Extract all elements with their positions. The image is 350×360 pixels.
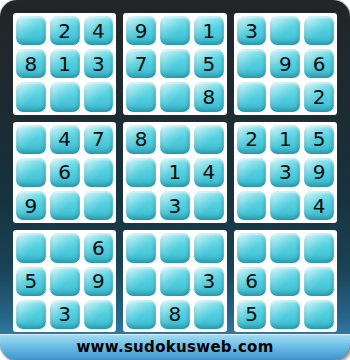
cell-r3c6[interactable]: 8: [194, 82, 224, 111]
cell-r1c9[interactable]: [304, 16, 334, 45]
cell-r6c9[interactable]: 4: [304, 191, 334, 220]
cell-r5c4[interactable]: [126, 158, 156, 187]
cell-r7c4[interactable]: [126, 233, 156, 262]
cell-r9c5[interactable]: 8: [160, 300, 190, 329]
cell-r8c5[interactable]: [160, 267, 190, 296]
cell-r7c9[interactable]: [304, 233, 334, 262]
cell-r2c8[interactable]: 9: [270, 49, 300, 78]
cell-r8c4[interactable]: [126, 267, 156, 296]
box-7: 6593: [13, 230, 116, 332]
cell-r3c5[interactable]: [160, 82, 190, 111]
cell-r7c5[interactable]: [160, 233, 190, 262]
cell-r2c5[interactable]: [160, 49, 190, 78]
box-8: 38: [123, 230, 226, 332]
cell-r1c8[interactable]: [270, 16, 300, 45]
cell-r9c6[interactable]: [194, 300, 224, 329]
cell-r8c7[interactable]: 6: [237, 267, 267, 296]
cell-r1c6[interactable]: 1: [194, 16, 224, 45]
cell-r6c1[interactable]: 9: [16, 191, 46, 220]
cell-r8c1[interactable]: 5: [16, 267, 46, 296]
cell-r5c5[interactable]: 1: [160, 158, 190, 187]
cell-r1c3[interactable]: 4: [84, 16, 114, 45]
cell-r3c4[interactable]: [126, 82, 156, 111]
cell-r3c2[interactable]: [50, 82, 80, 111]
footer-bar: www.sudokusweb.com: [0, 334, 350, 360]
box-9: 65: [234, 230, 337, 332]
cell-r3c9[interactable]: 2: [304, 82, 334, 111]
cell-r5c2[interactable]: 6: [50, 158, 80, 187]
cell-r2c3[interactable]: 3: [84, 49, 114, 78]
cell-r6c4[interactable]: [126, 191, 156, 220]
box-6: 215394: [234, 122, 337, 224]
cell-r1c5[interactable]: [160, 16, 190, 45]
cell-r4c8[interactable]: 1: [270, 125, 300, 154]
cell-r8c6[interactable]: 3: [194, 267, 224, 296]
cell-r4c5[interactable]: [160, 125, 190, 154]
box-5: 8143: [123, 122, 226, 224]
cell-r5c3[interactable]: [84, 158, 114, 187]
cell-r2c9[interactable]: 6: [304, 49, 334, 78]
sudoku-app-frame: 248139175839624769814321539465933865 www…: [0, 0, 350, 360]
cell-r1c4[interactable]: 9: [126, 16, 156, 45]
cell-r2c7[interactable]: [237, 49, 267, 78]
cell-r2c2[interactable]: 1: [50, 49, 80, 78]
cell-r9c4[interactable]: [126, 300, 156, 329]
cell-r4c7[interactable]: 2: [237, 125, 267, 154]
cell-r4c6[interactable]: [194, 125, 224, 154]
box-1: 24813: [13, 13, 116, 115]
cell-r7c7[interactable]: [237, 233, 267, 262]
box-4: 4769: [13, 122, 116, 224]
cell-r6c5[interactable]: 3: [160, 191, 190, 220]
cell-r9c1[interactable]: [16, 300, 46, 329]
cell-r2c4[interactable]: 7: [126, 49, 156, 78]
cell-r6c3[interactable]: [84, 191, 114, 220]
cell-r9c9[interactable]: [304, 300, 334, 329]
cell-r2c6[interactable]: 5: [194, 49, 224, 78]
sudoku-board: 248139175839624769814321539465933865: [13, 13, 337, 332]
cell-r5c6[interactable]: 4: [194, 158, 224, 187]
cell-r1c7[interactable]: 3: [237, 16, 267, 45]
cell-r8c9[interactable]: [304, 267, 334, 296]
cell-r7c6[interactable]: [194, 233, 224, 262]
site-url: www.sudokusweb.com: [76, 338, 273, 356]
cell-r5c7[interactable]: [237, 158, 267, 187]
cell-r3c8[interactable]: [270, 82, 300, 111]
cell-r8c2[interactable]: [50, 267, 80, 296]
cell-r4c1[interactable]: [16, 125, 46, 154]
cell-r2c1[interactable]: 8: [16, 49, 46, 78]
cell-r6c2[interactable]: [50, 191, 80, 220]
cell-r1c1[interactable]: [16, 16, 46, 45]
cell-r9c7[interactable]: 5: [237, 300, 267, 329]
cell-r5c9[interactable]: 9: [304, 158, 334, 187]
cell-r7c3[interactable]: 6: [84, 233, 114, 262]
cell-r5c1[interactable]: [16, 158, 46, 187]
cell-r7c1[interactable]: [16, 233, 46, 262]
box-3: 3962: [234, 13, 337, 115]
cell-r8c8[interactable]: [270, 267, 300, 296]
cell-r1c2[interactable]: 2: [50, 16, 80, 45]
cell-r8c3[interactable]: 9: [84, 267, 114, 296]
cell-r9c3[interactable]: [84, 300, 114, 329]
cell-r4c3[interactable]: 7: [84, 125, 114, 154]
cell-r9c8[interactable]: [270, 300, 300, 329]
cell-r3c1[interactable]: [16, 82, 46, 111]
cell-r6c8[interactable]: [270, 191, 300, 220]
cell-r3c7[interactable]: [237, 82, 267, 111]
box-2: 91758: [123, 13, 226, 115]
cell-r4c2[interactable]: 4: [50, 125, 80, 154]
cell-r4c9[interactable]: 5: [304, 125, 334, 154]
cell-r3c3[interactable]: [84, 82, 114, 111]
cell-r6c6[interactable]: [194, 191, 224, 220]
cell-r5c8[interactable]: 3: [270, 158, 300, 187]
cell-r7c2[interactable]: [50, 233, 80, 262]
cell-r4c4[interactable]: 8: [126, 125, 156, 154]
cell-r9c2[interactable]: 3: [50, 300, 80, 329]
cell-r7c8[interactable]: [270, 233, 300, 262]
cell-r6c7[interactable]: [237, 191, 267, 220]
